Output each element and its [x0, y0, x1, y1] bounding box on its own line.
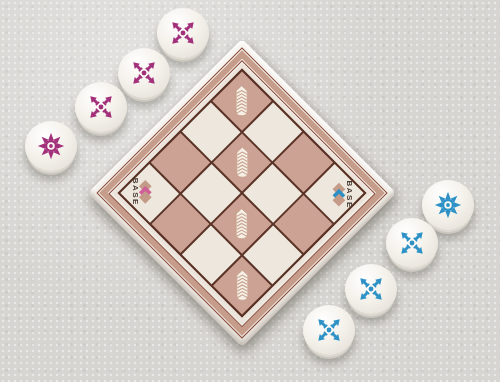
- blue-piece-four-diagonal-arrows[interactable]: [345, 264, 397, 314]
- table-surface: BASEBASE: [0, 0, 500, 382]
- magenta-piece-eight-point-sun[interactable]: [25, 121, 77, 171]
- magenta-piece-four-diagonal-arrows[interactable]: [118, 48, 170, 98]
- blue-piece-eight-point-sun[interactable]: [422, 180, 474, 230]
- magenta-piece-four-diagonal-arrows[interactable]: [157, 8, 209, 58]
- magenta-piece-four-diagonal-arrows[interactable]: [75, 82, 127, 132]
- blue-piece-four-diagonal-arrows[interactable]: [386, 218, 438, 268]
- blue-piece-four-diagonal-arrows[interactable]: [303, 305, 355, 355]
- pieces-layer: [0, 0, 500, 382]
